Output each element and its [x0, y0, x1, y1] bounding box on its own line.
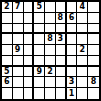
given-digit: 8	[91, 78, 97, 86]
sudoku-cell-r8c7[interactable]: 3	[67, 77, 78, 88]
sudoku-cell-r9c5[interactable]	[45, 88, 56, 99]
sudoku-cell-r4c9[interactable]	[88, 34, 99, 45]
sudoku-cell-r1c2[interactable]: 7	[13, 2, 24, 13]
sudoku-cell-r7c3[interactable]	[24, 67, 35, 78]
sudoku-cell-r2c7[interactable]: 6	[67, 13, 78, 24]
sudoku-cell-r2c4[interactable]	[34, 13, 45, 24]
sudoku-cell-r7c1[interactable]: 5	[2, 67, 13, 78]
sudoku-cell-r3c7[interactable]	[67, 24, 78, 35]
sudoku-cell-r2c2[interactable]	[13, 13, 24, 24]
sudoku-cell-r3c5[interactable]	[45, 24, 56, 35]
sudoku-cell-r6c3[interactable]	[24, 56, 35, 67]
sudoku-cell-r1c9[interactable]	[88, 2, 99, 13]
sudoku-cell-r3c2[interactable]	[13, 24, 24, 35]
sudoku-cell-r7c9[interactable]	[88, 67, 99, 78]
sudoku-cell-r2c9[interactable]	[88, 13, 99, 24]
sudoku-cell-r3c8[interactable]	[77, 24, 88, 35]
sudoku-cell-r7c6[interactable]	[56, 67, 67, 78]
sudoku-cell-r2c8[interactable]	[77, 13, 88, 24]
sudoku-cell-r2c6[interactable]: 8	[56, 13, 67, 24]
sudoku-cell-r1c8[interactable]: 4	[77, 2, 88, 13]
given-digit: 9	[36, 68, 42, 76]
sudoku-cell-r5c7[interactable]	[67, 45, 78, 56]
sudoku-cell-r6c6[interactable]	[56, 56, 67, 67]
sudoku-cell-r9c4[interactable]	[34, 88, 45, 99]
sudoku-cell-r1c7[interactable]	[67, 2, 78, 13]
given-digit: 3	[69, 78, 75, 86]
sudoku-cell-r4c6[interactable]: 3	[56, 34, 67, 45]
sudoku-cell-r6c8[interactable]	[77, 56, 88, 67]
board-row: 1	[2, 88, 99, 99]
sudoku-cell-r9c1[interactable]	[2, 88, 13, 99]
sudoku-cell-r3c4[interactable]	[34, 24, 45, 35]
sudoku-cell-r8c9[interactable]: 8	[88, 77, 99, 88]
given-digit: 8	[57, 14, 63, 22]
sudoku-cell-r4c4[interactable]	[34, 34, 45, 45]
board-row: 83	[2, 34, 99, 45]
given-digit: 2	[47, 68, 53, 76]
sudoku-cell-r5c5[interactable]	[45, 45, 56, 56]
given-digit: 8	[47, 35, 53, 43]
board-row: 592	[2, 67, 99, 78]
sudoku-cell-r6c5[interactable]	[45, 56, 56, 67]
sudoku-cell-r4c8[interactable]	[77, 34, 88, 45]
sudoku-cell-r4c3[interactable]	[24, 34, 35, 45]
sudoku-cell-r2c5[interactable]	[45, 13, 56, 24]
board-row: 2754	[2, 2, 99, 13]
sudoku-cell-r9c7[interactable]: 1	[67, 88, 78, 99]
sudoku-cell-r3c6[interactable]	[56, 24, 67, 35]
sudoku-cell-r9c2[interactable]	[13, 88, 24, 99]
given-digit: 9	[15, 46, 21, 54]
sudoku-cell-r9c6[interactable]	[56, 88, 67, 99]
sudoku-cell-r1c6[interactable]	[56, 2, 67, 13]
sudoku-cell-r5c4[interactable]	[34, 45, 45, 56]
given-digit: 1	[69, 90, 75, 98]
given-digit: 6	[4, 78, 10, 86]
sudoku-cell-r3c3[interactable]	[24, 24, 35, 35]
given-digit: 5	[36, 3, 42, 11]
sudoku-cell-r1c4[interactable]: 5	[34, 2, 45, 13]
sudoku-cell-r2c3[interactable]	[24, 13, 35, 24]
sudoku-cell-r8c3[interactable]	[24, 77, 35, 88]
sudoku-cell-r6c9[interactable]	[88, 56, 99, 67]
sudoku-cell-r7c8[interactable]	[77, 67, 88, 78]
sudoku-cell-r9c8[interactable]	[77, 88, 88, 99]
sudoku-cell-r6c1[interactable]	[2, 56, 13, 67]
sudoku-cell-r5c1[interactable]	[2, 45, 13, 56]
sudoku-cell-r1c5[interactable]	[45, 2, 56, 13]
sudoku-cell-r4c1[interactable]	[2, 34, 13, 45]
sudoku-cell-r4c2[interactable]	[13, 34, 24, 45]
sudoku-cell-r5c9[interactable]	[88, 45, 99, 56]
board-row	[2, 24, 99, 35]
sudoku-cell-r5c2[interactable]: 9	[13, 45, 24, 56]
given-digit: 6	[69, 14, 75, 22]
sudoku-cell-r6c7[interactable]	[67, 56, 78, 67]
board-row: 638	[2, 77, 99, 88]
sudoku-cell-r5c3[interactable]	[24, 45, 35, 56]
sudoku-cell-r2c1[interactable]	[2, 13, 13, 24]
sudoku-cell-r7c2[interactable]	[13, 67, 24, 78]
sudoku-cell-r9c9[interactable]	[88, 88, 99, 99]
sudoku-cell-r7c4[interactable]: 9	[34, 67, 45, 78]
given-digit: 2	[80, 46, 86, 54]
given-digit: 4	[80, 3, 86, 11]
sudoku-cell-r7c7[interactable]	[67, 67, 78, 78]
sudoku-cell-r9c3[interactable]	[24, 88, 35, 99]
given-digit: 3	[57, 35, 63, 43]
sudoku-cell-r8c8[interactable]	[77, 77, 88, 88]
sudoku-cell-r8c4[interactable]	[34, 77, 45, 88]
sudoku-cell-r5c8[interactable]: 2	[77, 45, 88, 56]
sudoku-cell-r3c1[interactable]	[2, 24, 13, 35]
sudoku-cell-r3c9[interactable]	[88, 24, 99, 35]
board-row: 86	[2, 13, 99, 24]
sudoku-cell-r8c6[interactable]	[56, 77, 67, 88]
sudoku-cell-r8c2[interactable]	[13, 77, 24, 88]
sudoku-cell-r4c7[interactable]	[67, 34, 78, 45]
sudoku-cell-r1c3[interactable]	[24, 2, 35, 13]
sudoku-cell-r6c2[interactable]	[13, 56, 24, 67]
sudoku-cell-r5c6[interactable]	[56, 45, 67, 56]
board-row	[2, 56, 99, 67]
given-digit: 5	[4, 68, 10, 76]
sudoku-cell-r6c4[interactable]	[34, 56, 45, 67]
sudoku-cell-r4c5[interactable]: 8	[45, 34, 56, 45]
sudoku-cell-r7c5[interactable]: 2	[45, 67, 56, 78]
sudoku-cell-r8c1[interactable]: 6	[2, 77, 13, 88]
sudoku-cell-r8c5[interactable]	[45, 77, 56, 88]
board-row: 92	[2, 45, 99, 56]
given-digit: 7	[15, 3, 21, 11]
given-digit: 2	[4, 3, 10, 11]
sudoku-board: 27548683925926381	[0, 0, 101, 101]
sudoku-cell-r1c1[interactable]: 2	[2, 2, 13, 13]
